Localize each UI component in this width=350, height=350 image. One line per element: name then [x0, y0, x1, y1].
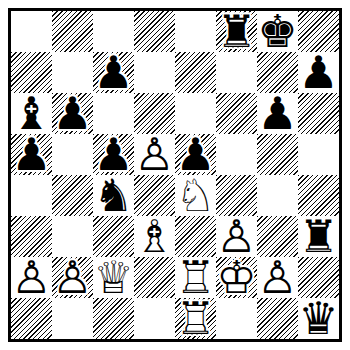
- piece-halo: ♜: [175, 257, 216, 298]
- piece-white-knight: ♘: [175, 175, 216, 216]
- square-h6[interactable]: [298, 93, 339, 134]
- piece-halo: ♜: [175, 298, 216, 339]
- square-h8[interactable]: [298, 11, 339, 52]
- piece-halo: ♟: [52, 93, 93, 134]
- piece-black-pawn: ♟: [257, 93, 298, 134]
- square-d4[interactable]: [134, 175, 175, 216]
- square-g7[interactable]: [257, 52, 298, 93]
- piece-halo: ♟: [11, 134, 52, 175]
- square-f8[interactable]: ♜♜: [216, 11, 257, 52]
- square-f7[interactable]: [216, 52, 257, 93]
- square-d7[interactable]: [134, 52, 175, 93]
- square-h4[interactable]: [298, 175, 339, 216]
- piece-halo: ♟: [134, 134, 175, 175]
- piece-halo: ♞: [93, 175, 134, 216]
- piece-black-pawn: ♟: [93, 52, 134, 93]
- square-b3[interactable]: [52, 216, 93, 257]
- square-d8[interactable]: [134, 11, 175, 52]
- square-e2[interactable]: ♜♖: [175, 257, 216, 298]
- square-g4[interactable]: [257, 175, 298, 216]
- piece-white-pawn: ♙: [134, 134, 175, 175]
- square-f4[interactable]: [216, 175, 257, 216]
- square-a7[interactable]: [11, 52, 52, 93]
- piece-halo: ♜: [216, 11, 257, 52]
- square-b7[interactable]: [52, 52, 93, 93]
- square-h7[interactable]: ♟♟: [298, 52, 339, 93]
- square-g6[interactable]: ♟♟: [257, 93, 298, 134]
- square-a8[interactable]: [11, 11, 52, 52]
- piece-black-queen: ♛: [298, 298, 339, 339]
- piece-black-pawn: ♟: [175, 134, 216, 175]
- square-g2[interactable]: ♟♙: [257, 257, 298, 298]
- chess-board: ♜♜♚♚♟♟♟♟♝♝♟♟♟♟♟♟♟♟♟♙♟♟♞♞♞♘♝♗♟♙♜♜♟♙♟♙♛♕♜♖…: [8, 8, 342, 342]
- chess-diagram-page: ♜♜♚♚♟♟♟♟♝♝♟♟♟♟♟♟♟♟♟♙♟♟♞♞♞♘♝♗♟♙♜♜♟♙♟♙♛♕♜♖…: [0, 0, 350, 350]
- piece-black-rook: ♜: [216, 11, 257, 52]
- square-a2[interactable]: ♟♙: [11, 257, 52, 298]
- square-h2[interactable]: [298, 257, 339, 298]
- piece-black-pawn: ♟: [52, 93, 93, 134]
- square-h3[interactable]: ♜♜: [298, 216, 339, 257]
- square-c1[interactable]: [93, 298, 134, 339]
- square-e7[interactable]: [175, 52, 216, 93]
- piece-halo: ♟: [11, 257, 52, 298]
- square-d6[interactable]: [134, 93, 175, 134]
- piece-white-queen: ♕: [93, 257, 134, 298]
- square-f2[interactable]: ♚♔: [216, 257, 257, 298]
- square-c3[interactable]: [93, 216, 134, 257]
- piece-white-rook: ♖: [175, 298, 216, 339]
- square-d2[interactable]: [134, 257, 175, 298]
- piece-halo: ♟: [298, 52, 339, 93]
- piece-white-pawn: ♙: [52, 257, 93, 298]
- square-a1[interactable]: [11, 298, 52, 339]
- piece-black-knight: ♞: [93, 175, 134, 216]
- piece-halo: ♟: [93, 134, 134, 175]
- square-c6[interactable]: [93, 93, 134, 134]
- square-b1[interactable]: [52, 298, 93, 339]
- square-e8[interactable]: [175, 11, 216, 52]
- square-f3[interactable]: ♟♙: [216, 216, 257, 257]
- piece-halo: ♛: [298, 298, 339, 339]
- square-d3[interactable]: ♝♗: [134, 216, 175, 257]
- piece-halo: ♚: [257, 11, 298, 52]
- square-c7[interactable]: ♟♟: [93, 52, 134, 93]
- square-e5[interactable]: ♟♟: [175, 134, 216, 175]
- piece-black-pawn: ♟: [93, 134, 134, 175]
- square-b8[interactable]: [52, 11, 93, 52]
- piece-halo: ♟: [257, 257, 298, 298]
- square-g5[interactable]: [257, 134, 298, 175]
- square-h5[interactable]: [298, 134, 339, 175]
- piece-halo: ♟: [257, 93, 298, 134]
- piece-black-pawn: ♟: [298, 52, 339, 93]
- piece-white-pawn: ♙: [11, 257, 52, 298]
- square-c4[interactable]: ♞♞: [93, 175, 134, 216]
- piece-white-pawn: ♙: [257, 257, 298, 298]
- piece-white-pawn: ♙: [216, 216, 257, 257]
- piece-black-king: ♚: [257, 11, 298, 52]
- square-a5[interactable]: ♟♟: [11, 134, 52, 175]
- piece-halo: ♜: [298, 216, 339, 257]
- square-d5[interactable]: ♟♙: [134, 134, 175, 175]
- square-f6[interactable]: [216, 93, 257, 134]
- square-b6[interactable]: ♟♟: [52, 93, 93, 134]
- square-e6[interactable]: [175, 93, 216, 134]
- piece-halo: ♟: [52, 257, 93, 298]
- square-b2[interactable]: ♟♙: [52, 257, 93, 298]
- square-g3[interactable]: [257, 216, 298, 257]
- square-f1[interactable]: [216, 298, 257, 339]
- square-h1[interactable]: ♛♛: [298, 298, 339, 339]
- piece-halo: ♝: [11, 93, 52, 134]
- square-e3[interactable]: [175, 216, 216, 257]
- square-c5[interactable]: ♟♟: [93, 134, 134, 175]
- square-d1[interactable]: [134, 298, 175, 339]
- square-c8[interactable]: [93, 11, 134, 52]
- piece-halo: ♟: [216, 216, 257, 257]
- piece-halo: ♚: [216, 257, 257, 298]
- piece-halo: ♝: [134, 216, 175, 257]
- square-e4[interactable]: ♞♘: [175, 175, 216, 216]
- piece-halo: ♛: [93, 257, 134, 298]
- piece-halo: ♟: [93, 52, 134, 93]
- square-a3[interactable]: [11, 216, 52, 257]
- piece-white-rook: ♖: [175, 257, 216, 298]
- piece-halo: ♞: [175, 175, 216, 216]
- piece-white-king: ♔: [216, 257, 257, 298]
- square-a6[interactable]: ♝♝: [11, 93, 52, 134]
- square-c2[interactable]: ♛♕: [93, 257, 134, 298]
- piece-black-rook: ♜: [298, 216, 339, 257]
- square-b5[interactable]: [52, 134, 93, 175]
- piece-halo: ♟: [175, 134, 216, 175]
- piece-black-bishop: ♝: [11, 93, 52, 134]
- square-e1[interactable]: ♜♖: [175, 298, 216, 339]
- square-b4[interactable]: [52, 175, 93, 216]
- piece-black-pawn: ♟: [11, 134, 52, 175]
- square-g8[interactable]: ♚♚: [257, 11, 298, 52]
- square-f5[interactable]: [216, 134, 257, 175]
- square-g1[interactable]: [257, 298, 298, 339]
- square-a4[interactable]: [11, 175, 52, 216]
- piece-white-bishop: ♗: [134, 216, 175, 257]
